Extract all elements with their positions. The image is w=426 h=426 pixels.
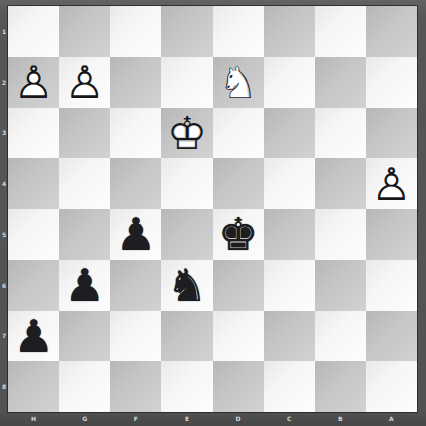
square-d7[interactable]	[213, 311, 264, 362]
square-e8[interactable]	[161, 361, 212, 412]
piece-white-pawn[interactable]: ♟♙	[10, 58, 58, 106]
square-g7[interactable]	[59, 311, 110, 362]
rank-label-8: 8	[0, 361, 8, 412]
black-knight-glyph: ♞	[167, 263, 207, 308]
square-c4[interactable]	[264, 158, 315, 209]
file-label-b: B	[315, 412, 366, 426]
chess-board: ♟♙♟♙♞♘♚♔♟♙♟♚♟♞♟	[8, 6, 417, 412]
square-e7[interactable]	[161, 311, 212, 362]
square-e4[interactable]	[161, 158, 212, 209]
square-c7[interactable]	[264, 311, 315, 362]
square-f6[interactable]	[110, 260, 161, 311]
square-h8[interactable]	[8, 361, 59, 412]
square-b2[interactable]	[315, 57, 366, 108]
square-a5[interactable]	[366, 209, 417, 260]
square-a8[interactable]	[366, 361, 417, 412]
square-e6[interactable]: ♞	[161, 260, 212, 311]
rank-labels: 12345678	[0, 6, 8, 412]
square-h5[interactable]	[8, 209, 59, 260]
square-f8[interactable]	[110, 361, 161, 412]
file-label-h: H	[8, 412, 59, 426]
rank-label-3: 3	[0, 108, 8, 159]
piece-white-king[interactable]: ♚♔	[163, 109, 211, 157]
piece-white-pawn[interactable]: ♟♙	[367, 160, 415, 208]
file-label-a: A	[366, 412, 417, 426]
file-label-e: E	[161, 412, 212, 426]
piece-white-knight[interactable]: ♞♘	[214, 58, 262, 106]
square-g1[interactable]	[59, 6, 110, 57]
black-pawn-glyph: ♟	[65, 263, 105, 308]
white-pawn-outline-glyph: ♙	[371, 161, 411, 206]
square-h2[interactable]: ♟♙	[8, 57, 59, 108]
square-c1[interactable]	[264, 6, 315, 57]
piece-black-pawn[interactable]: ♟	[61, 261, 109, 309]
square-b6[interactable]	[315, 260, 366, 311]
square-h7[interactable]: ♟	[8, 311, 59, 362]
square-h6[interactable]	[8, 260, 59, 311]
square-d6[interactable]	[213, 260, 264, 311]
file-label-c: C	[264, 412, 315, 426]
square-e5[interactable]	[161, 209, 212, 260]
square-h1[interactable]	[8, 6, 59, 57]
square-g2[interactable]: ♟♙	[59, 57, 110, 108]
rank-label-4: 4	[0, 158, 8, 209]
white-king-outline-glyph: ♔	[167, 110, 207, 155]
piece-white-pawn[interactable]: ♟♙	[61, 58, 109, 106]
square-f5[interactable]: ♟	[110, 209, 161, 260]
black-pawn-glyph: ♟	[116, 212, 156, 257]
square-a7[interactable]	[366, 311, 417, 362]
square-e3[interactable]: ♚♔	[161, 108, 212, 159]
square-g5[interactable]	[59, 209, 110, 260]
square-c8[interactable]	[264, 361, 315, 412]
white-pawn-outline-glyph: ♙	[65, 60, 105, 105]
square-b5[interactable]	[315, 209, 366, 260]
black-pawn-glyph: ♟	[13, 313, 53, 358]
square-c3[interactable]	[264, 108, 315, 159]
piece-black-king[interactable]: ♚	[214, 210, 262, 258]
square-f3[interactable]	[110, 108, 161, 159]
rank-label-2: 2	[0, 57, 8, 108]
square-c6[interactable]	[264, 260, 315, 311]
square-h3[interactable]	[8, 108, 59, 159]
square-f4[interactable]	[110, 158, 161, 209]
square-d3[interactable]	[213, 108, 264, 159]
square-b8[interactable]	[315, 361, 366, 412]
file-label-f: F	[110, 412, 161, 426]
square-b7[interactable]	[315, 311, 366, 362]
rank-label-7: 7	[0, 311, 8, 362]
square-g3[interactable]	[59, 108, 110, 159]
piece-black-pawn[interactable]: ♟	[10, 312, 58, 360]
square-b3[interactable]	[315, 108, 366, 159]
square-a3[interactable]	[366, 108, 417, 159]
square-b4[interactable]	[315, 158, 366, 209]
piece-black-pawn[interactable]: ♟	[112, 210, 160, 258]
square-g6[interactable]: ♟	[59, 260, 110, 311]
piece-black-knight[interactable]: ♞	[163, 261, 211, 309]
square-h4[interactable]	[8, 158, 59, 209]
square-d1[interactable]	[213, 6, 264, 57]
white-knight-outline-glyph: ♘	[218, 60, 258, 105]
square-f1[interactable]	[110, 6, 161, 57]
square-f7[interactable]	[110, 311, 161, 362]
square-g4[interactable]	[59, 158, 110, 209]
square-e2[interactable]	[161, 57, 212, 108]
square-c2[interactable]	[264, 57, 315, 108]
square-a6[interactable]	[366, 260, 417, 311]
rank-label-5: 5	[0, 209, 8, 260]
square-d2[interactable]: ♞♘	[213, 57, 264, 108]
square-a2[interactable]	[366, 57, 417, 108]
white-pawn-outline-glyph: ♙	[13, 60, 53, 105]
square-c5[interactable]	[264, 209, 315, 260]
rank-label-1: 1	[0, 6, 8, 57]
square-e1[interactable]	[161, 6, 212, 57]
square-d8[interactable]	[213, 361, 264, 412]
file-label-d: D	[213, 412, 264, 426]
square-a4[interactable]: ♟♙	[366, 158, 417, 209]
square-a1[interactable]	[366, 6, 417, 57]
square-b1[interactable]	[315, 6, 366, 57]
black-king-glyph: ♚	[218, 212, 258, 257]
square-f2[interactable]	[110, 57, 161, 108]
file-label-g: G	[59, 412, 110, 426]
square-g8[interactable]	[59, 361, 110, 412]
square-d4[interactable]	[213, 158, 264, 209]
chess-board-frame: ♟♙♟♙♞♘♚♔♟♙♟♚♟♞♟ 12345678 HGFEDCBA	[0, 0, 426, 426]
file-labels: HGFEDCBA	[8, 412, 417, 426]
rank-label-6: 6	[0, 260, 8, 311]
square-d5[interactable]: ♚	[213, 209, 264, 260]
